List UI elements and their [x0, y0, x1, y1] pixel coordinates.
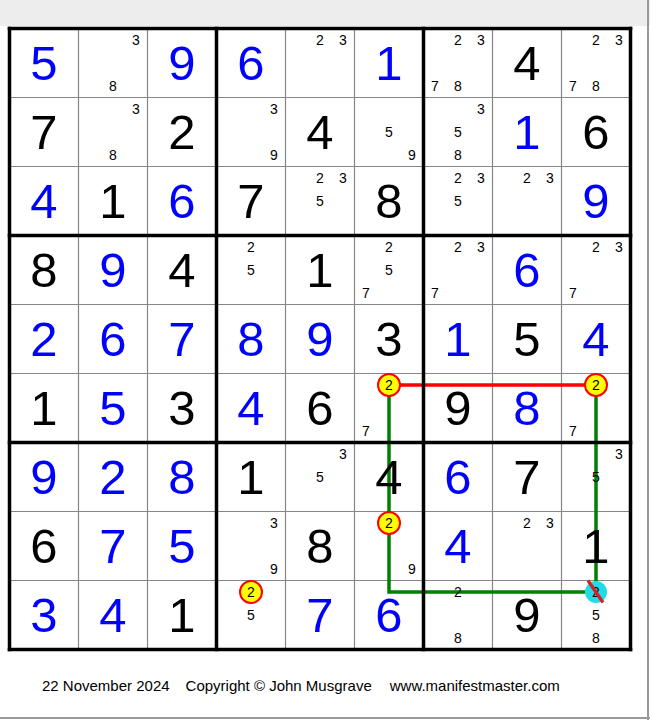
circled-candidate-digit: 2 [592, 377, 600, 393]
chain-node-layer: 22222 [0, 0, 650, 720]
window-right-border [647, 0, 649, 720]
circled-candidate-digit: 2 [247, 584, 255, 600]
circled-candidate-digit: 2 [385, 377, 393, 393]
window-bottom-border [0, 717, 650, 719]
circled-candidate-digit: 2 [385, 515, 393, 531]
